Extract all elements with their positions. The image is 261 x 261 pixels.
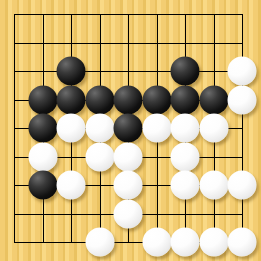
white-stone[interactable] bbox=[57, 114, 86, 143]
white-stone[interactable] bbox=[85, 228, 114, 257]
white-stone[interactable] bbox=[114, 199, 143, 228]
white-stone[interactable] bbox=[28, 142, 57, 171]
black-stone[interactable] bbox=[171, 57, 200, 86]
white-stone[interactable] bbox=[228, 171, 257, 200]
white-stone[interactable] bbox=[199, 114, 228, 143]
black-stone[interactable] bbox=[57, 85, 86, 114]
white-stone[interactable] bbox=[171, 228, 200, 257]
white-stone[interactable] bbox=[228, 57, 257, 86]
white-stone[interactable] bbox=[228, 228, 257, 257]
black-stone[interactable] bbox=[199, 85, 228, 114]
black-stone[interactable] bbox=[114, 114, 143, 143]
white-stone[interactable] bbox=[85, 114, 114, 143]
white-stone[interactable] bbox=[114, 171, 143, 200]
black-stone[interactable] bbox=[28, 85, 57, 114]
white-stone[interactable] bbox=[171, 142, 200, 171]
white-stone[interactable] bbox=[142, 114, 171, 143]
white-stone[interactable] bbox=[171, 171, 200, 200]
black-stone[interactable] bbox=[142, 85, 171, 114]
black-stone[interactable] bbox=[114, 85, 143, 114]
stone-layer bbox=[0, 0, 261, 261]
white-stone[interactable] bbox=[199, 171, 228, 200]
black-stone[interactable] bbox=[57, 57, 86, 86]
black-stone[interactable] bbox=[28, 114, 57, 143]
go-board[interactable] bbox=[0, 0, 261, 261]
white-stone[interactable] bbox=[142, 228, 171, 257]
black-stone[interactable] bbox=[28, 171, 57, 200]
white-stone[interactable] bbox=[114, 142, 143, 171]
white-stone[interactable] bbox=[85, 142, 114, 171]
white-stone[interactable] bbox=[228, 85, 257, 114]
white-stone[interactable] bbox=[57, 171, 86, 200]
black-stone[interactable] bbox=[171, 85, 200, 114]
white-stone[interactable] bbox=[199, 228, 228, 257]
black-stone[interactable] bbox=[85, 85, 114, 114]
white-stone[interactable] bbox=[171, 114, 200, 143]
